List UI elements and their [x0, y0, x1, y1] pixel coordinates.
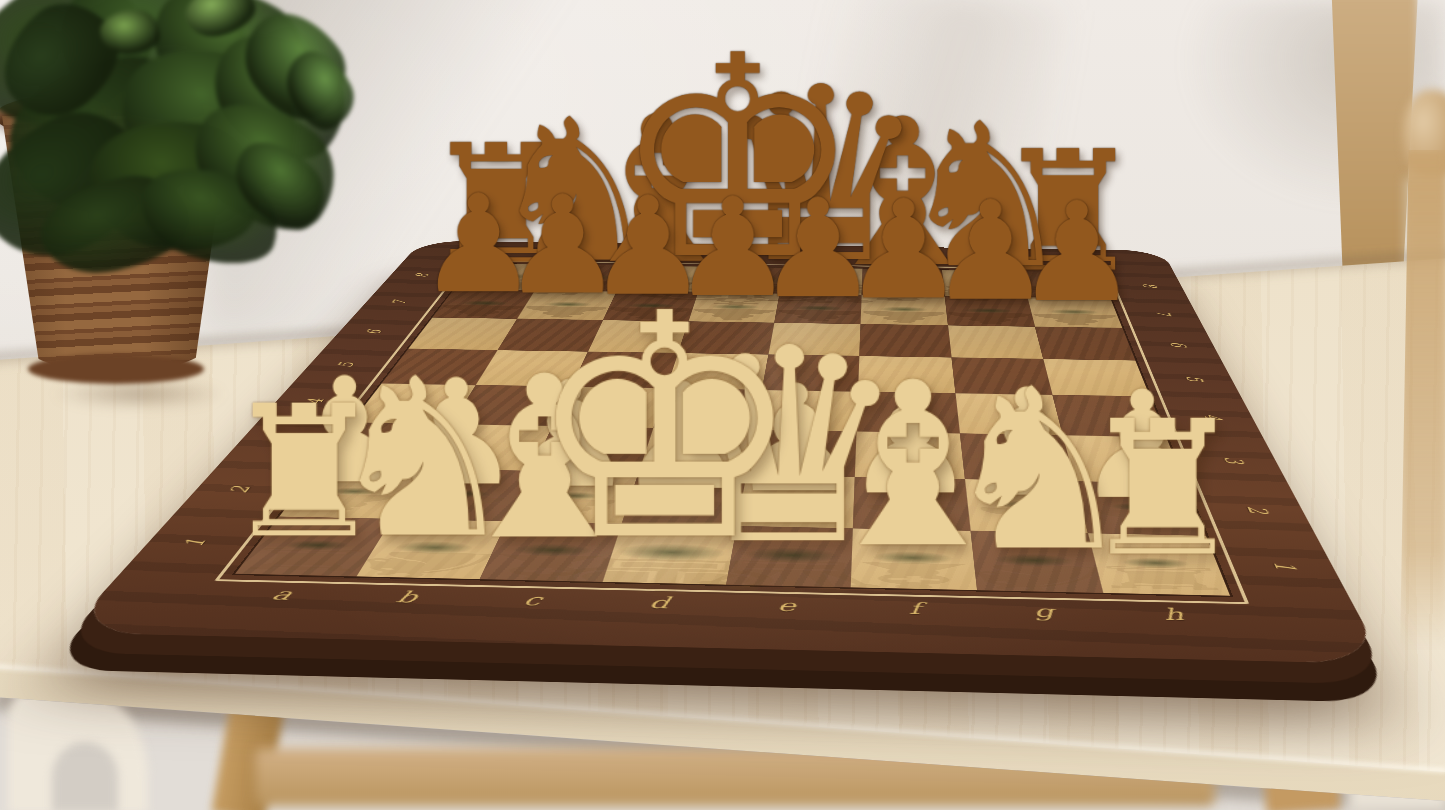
chess-board: ♜♜♞♞♝♝♚♚♛♛♝♝♞♞♜♜♟♟♟♟♟♟♟♟♟♟♟♟♟♟♟♟♟♟♟♟♟♟♟♟… [67, 241, 1386, 664]
coord-left-7: 7 [387, 300, 411, 304]
piece-glyph: ♞ [938, 360, 1137, 582]
playing-area: ♜♜♞♞♝♝♚♚♛♛♝♝♞♞♜♜♟♟♟♟♟♟♟♟♟♟♟♟♟♟♟♟♟♟♟♟♟♟♟♟… [235, 263, 1230, 595]
coord-file-f: f [908, 599, 920, 617]
coord-right-7: 7 [1151, 311, 1174, 315]
coord-left-1: 1 [177, 539, 213, 548]
board-perspective: ♜♜♞♞♝♝♚♚♛♛♝♝♞♞♜♜♟♟♟♟♟♟♟♟♟♟♟♟♟♟♟♟♟♟♟♟♟♟♟♟… [0, 0, 1445, 810]
coord-right-1: 1 [1267, 562, 1302, 571]
coord-right-6: 6 [1165, 342, 1190, 347]
coord-right-2: 2 [1241, 506, 1273, 514]
coord-file-h: h [1160, 605, 1186, 624]
piece-glyph: ♟ [1015, 184, 1138, 321]
coord-file-a: a [268, 585, 298, 603]
piece-glyph: ♚ [525, 273, 803, 584]
chess-photo-scene: ♜♜♞♞♝♝♚♚♛♛♝♝♞♞♜♜♟♟♟♟♟♟♟♟♟♟♟♟♟♟♟♟♟♟♟♟♟♟♟♟… [0, 0, 1445, 810]
coord-file-g: g [1032, 602, 1055, 621]
coord-file-b: b [393, 588, 422, 606]
